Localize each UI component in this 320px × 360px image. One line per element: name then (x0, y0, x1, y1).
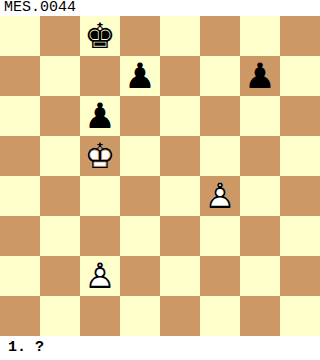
square-f3[interactable] (200, 216, 240, 256)
square-f6[interactable] (200, 96, 240, 136)
square-c2[interactable]: ♟♙ (80, 256, 120, 296)
square-g2[interactable] (240, 256, 280, 296)
square-f5[interactable] (200, 136, 240, 176)
square-g4[interactable] (240, 176, 280, 216)
square-a2[interactable] (0, 256, 40, 296)
square-a7[interactable] (0, 56, 40, 96)
square-a8[interactable] (0, 16, 40, 56)
square-h3[interactable] (280, 216, 320, 256)
square-e1[interactable] (160, 296, 200, 336)
chess-board: ♚♟♟♟♚♔♟♙♟♙ (0, 16, 320, 336)
square-e2[interactable] (160, 256, 200, 296)
piece-glyph: ♟ (80, 96, 120, 136)
square-e6[interactable] (160, 96, 200, 136)
square-d8[interactable] (120, 16, 160, 56)
square-g5[interactable] (240, 136, 280, 176)
square-b7[interactable] (40, 56, 80, 96)
square-d3[interactable] (120, 216, 160, 256)
square-b4[interactable] (40, 176, 80, 216)
square-c8[interactable]: ♚ (80, 16, 120, 56)
square-h2[interactable] (280, 256, 320, 296)
white-pawn: ♟♙ (200, 176, 240, 216)
square-e3[interactable] (160, 216, 200, 256)
square-c3[interactable] (80, 216, 120, 256)
square-d4[interactable] (120, 176, 160, 216)
square-g1[interactable] (240, 296, 280, 336)
piece-glyph: ♚ (80, 16, 120, 56)
chess-diagram: MES.0044 ♚♟♟♟♚♔♟♙♟♙ 1. ? (0, 0, 320, 360)
black-pawn: ♟ (240, 56, 280, 96)
square-b2[interactable] (40, 256, 80, 296)
piece-outline-glyph: ♙ (80, 256, 120, 296)
square-b8[interactable] (40, 16, 80, 56)
square-a4[interactable] (0, 176, 40, 216)
square-f7[interactable] (200, 56, 240, 96)
square-e5[interactable] (160, 136, 200, 176)
square-e4[interactable] (160, 176, 200, 216)
square-d6[interactable] (120, 96, 160, 136)
square-e7[interactable] (160, 56, 200, 96)
square-d5[interactable] (120, 136, 160, 176)
piece-outline-glyph: ♔ (80, 136, 120, 176)
square-c7[interactable] (80, 56, 120, 96)
square-a1[interactable] (0, 296, 40, 336)
diagram-title: MES.0044 (0, 0, 320, 16)
square-a6[interactable] (0, 96, 40, 136)
square-e8[interactable] (160, 16, 200, 56)
white-king: ♚♔ (80, 136, 120, 176)
square-f2[interactable] (200, 256, 240, 296)
square-c1[interactable] (80, 296, 120, 336)
square-h5[interactable] (280, 136, 320, 176)
piece-glyph: ♟ (240, 56, 280, 96)
square-g6[interactable] (240, 96, 280, 136)
black-king: ♚ (80, 16, 120, 56)
white-pawn: ♟♙ (80, 256, 120, 296)
square-h1[interactable] (280, 296, 320, 336)
square-a3[interactable] (0, 216, 40, 256)
square-h8[interactable] (280, 16, 320, 56)
square-g8[interactable] (240, 16, 280, 56)
black-pawn: ♟ (80, 96, 120, 136)
square-b1[interactable] (40, 296, 80, 336)
square-g7[interactable]: ♟ (240, 56, 280, 96)
square-h7[interactable] (280, 56, 320, 96)
square-f4[interactable]: ♟♙ (200, 176, 240, 216)
square-f1[interactable] (200, 296, 240, 336)
square-b3[interactable] (40, 216, 80, 256)
square-c4[interactable] (80, 176, 120, 216)
move-prompt: 1. ? (0, 336, 320, 360)
piece-outline-glyph: ♙ (200, 176, 240, 216)
square-f8[interactable] (200, 16, 240, 56)
square-a5[interactable] (0, 136, 40, 176)
square-d1[interactable] (120, 296, 160, 336)
square-c5[interactable]: ♚♔ (80, 136, 120, 176)
black-pawn: ♟ (120, 56, 160, 96)
square-h4[interactable] (280, 176, 320, 216)
square-b5[interactable] (40, 136, 80, 176)
piece-glyph: ♟ (120, 56, 160, 96)
square-g3[interactable] (240, 216, 280, 256)
square-b6[interactable] (40, 96, 80, 136)
square-h6[interactable] (280, 96, 320, 136)
square-d7[interactable]: ♟ (120, 56, 160, 96)
square-c6[interactable]: ♟ (80, 96, 120, 136)
square-d2[interactable] (120, 256, 160, 296)
